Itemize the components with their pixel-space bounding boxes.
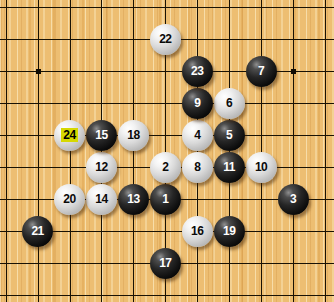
stone-number: 4 [194,129,200,141]
grid-line-horizontal [0,295,334,296]
stone-black-9: 9 [182,88,213,119]
stone-number: 18 [127,129,139,141]
stone-number: 6 [226,97,232,109]
star-point [36,69,41,74]
stone-number: 20 [63,193,75,205]
grid-line-vertical [133,0,134,302]
stone-white-14: 14 [86,184,117,215]
grid-line-vertical [293,0,294,302]
stone-number: 8 [194,161,200,173]
stone-number: 19 [223,225,235,237]
stone-black-1: 1 [150,184,181,215]
stone-black-3: 3 [278,184,309,215]
stone-white-22: 22 [150,24,181,55]
stone-white-4: 4 [182,120,213,151]
stone-white-16: 16 [182,216,213,247]
stone-number: 11 [223,161,235,173]
grid-line-vertical [6,0,7,302]
grid-line-vertical [38,0,39,302]
grid-line-vertical [70,0,71,302]
grid-line-horizontal [0,103,334,104]
stone-number: 5 [226,129,232,141]
grid-line-vertical [101,0,102,302]
stone-white-6: 6 [214,88,245,119]
stone-black-21: 21 [22,216,53,247]
stone-number: 1 [162,193,168,205]
stone-white-12: 12 [86,152,117,183]
last-move-number: 24 [61,128,77,142]
stone-number: 12 [95,161,107,173]
stone-number: 13 [127,193,139,205]
grid-line-horizontal [0,71,334,72]
stone-white-18: 18 [118,120,149,151]
gomoku-board[interactable]: 123456789101112131415161718192021222324 [0,0,334,302]
stone-number: 23 [191,65,203,77]
stone-number: 15 [95,129,107,141]
stone-number: 9 [194,97,200,109]
stone-black-5: 5 [214,120,245,151]
stone-number: 21 [31,225,43,237]
stone-number: 17 [159,257,171,269]
grid-line-vertical [325,0,326,302]
stone-white-20: 20 [54,184,85,215]
stone-black-19: 19 [214,216,245,247]
stone-number: 22 [159,33,171,45]
stone-number: 16 [191,225,203,237]
stone-black-11: 11 [214,152,245,183]
star-point [291,69,296,74]
stone-white-24: 24 [54,120,85,151]
stone-white-2: 2 [150,152,181,183]
grid-line-horizontal [0,135,334,136]
stone-number: 14 [95,193,107,205]
stone-number: 2 [162,161,168,173]
stone-number: 10 [255,161,267,173]
stone-number: 3 [290,193,296,205]
stone-black-13: 13 [118,184,149,215]
stone-black-23: 23 [182,56,213,87]
stone-black-17: 17 [150,248,181,279]
stone-white-8: 8 [182,152,213,183]
stone-black-7: 7 [246,56,277,87]
grid-line-horizontal [0,7,334,8]
stone-black-15: 15 [86,120,117,151]
stone-number: 7 [258,65,264,77]
stone-white-10: 10 [246,152,277,183]
